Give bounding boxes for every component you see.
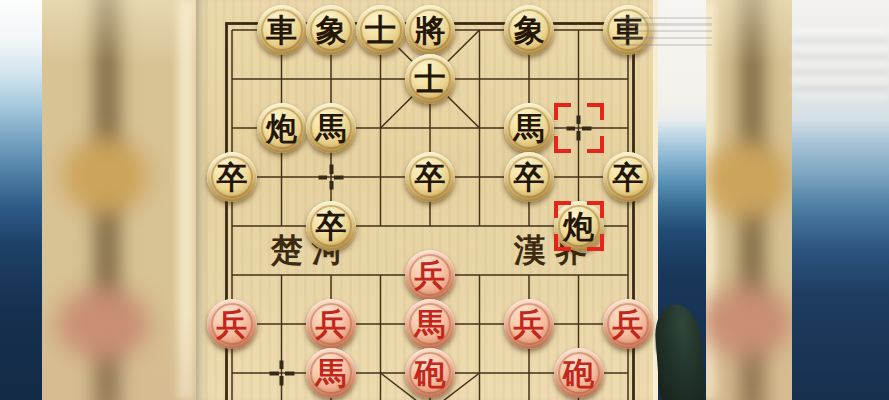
video-frame: 楚河 漢界 車象士將象車士炮馬馬卒卒卒卒卒炮兵兵兵馬兵兵馬砲砲	[0, 0, 889, 400]
piece-red-soldier[interactable]: 兵	[603, 299, 653, 349]
piece-black-elephant[interactable]: 象	[306, 5, 356, 55]
piece-glyph: 卒	[415, 152, 446, 202]
piece-black-advisor[interactable]: 士	[356, 5, 406, 55]
piece-black-soldier[interactable]: 卒	[603, 152, 653, 202]
piece-glyph: 卒	[514, 152, 545, 202]
piece-black-horse[interactable]: 馬	[306, 103, 356, 153]
blur-smear	[94, 0, 120, 400]
piece-glyph: 砲	[415, 348, 446, 398]
piece-glyph: 象	[514, 5, 545, 55]
piece-glyph: 馬	[316, 348, 347, 398]
piece-glyph: 象	[316, 5, 347, 55]
piece-glyph: 卒	[613, 152, 644, 202]
background-sky-sea-strip	[658, 0, 706, 400]
blurred-red-piece	[706, 286, 792, 358]
piece-glyph: 士	[365, 5, 396, 55]
piece-glyph: 卒	[217, 152, 248, 202]
piece-red-soldier[interactable]: 兵	[306, 299, 356, 349]
piece-black-chariot[interactable]: 車	[257, 5, 307, 55]
blur-smear	[739, 0, 765, 400]
blurred-red-piece	[56, 288, 150, 360]
background-sky-sea-right	[792, 0, 889, 400]
piece-glyph: 兵	[514, 299, 545, 349]
piece-black-advisor[interactable]: 士	[405, 54, 455, 104]
piece-glyph: 炮	[266, 103, 297, 153]
piece-glyph: 馬	[514, 103, 545, 153]
piece-black-cannon[interactable]: 炮	[554, 201, 604, 251]
piece-glyph: 馬	[316, 103, 347, 153]
blur-light-edge	[178, 0, 194, 400]
piece-red-cannon[interactable]: 砲	[405, 348, 455, 398]
background-sky-sea-left	[0, 0, 45, 400]
piece-glyph: 砲	[563, 348, 594, 398]
rock-silhouette	[653, 303, 706, 400]
xiangqi-board[interactable]: 楚河 漢界 車象士將象車士炮馬馬卒卒卒卒卒炮兵兵兵馬兵兵馬砲砲	[196, 0, 658, 400]
piece-red-soldier[interactable]: 兵	[207, 299, 257, 349]
piece-glyph: 兵	[217, 299, 248, 349]
piece-glyph: 兵	[613, 299, 644, 349]
piece-black-soldier[interactable]: 卒	[504, 152, 554, 202]
piece-glyph: 車	[266, 5, 297, 55]
blurred-letterbox-left	[42, 0, 196, 400]
point-marker-cross	[566, 116, 591, 141]
point-marker-cross	[319, 165, 344, 190]
blurred-letterbox-right	[706, 0, 792, 400]
piece-glyph: 兵	[316, 299, 347, 349]
piece-black-general[interactable]: 將	[405, 5, 455, 55]
piece-glyph: 將	[415, 5, 446, 55]
piece-black-horse[interactable]: 馬	[504, 103, 554, 153]
piece-glyph: 兵	[415, 250, 446, 300]
piece-red-soldier[interactable]: 兵	[504, 299, 554, 349]
piece-black-soldier[interactable]: 卒	[207, 152, 257, 202]
piece-glyph: 馬	[415, 299, 446, 349]
blurred-yellow-piece	[706, 142, 790, 218]
piece-red-horse[interactable]: 馬	[405, 299, 455, 349]
motion-blur-streaks	[620, 12, 712, 50]
piece-red-horse[interactable]: 馬	[306, 348, 356, 398]
piece-black-cannon[interactable]: 炮	[257, 103, 307, 153]
piece-red-soldier[interactable]: 兵	[405, 250, 455, 300]
piece-glyph: 卒	[316, 201, 347, 251]
point-marker-cross	[269, 361, 294, 386]
piece-red-cannon[interactable]: 砲	[554, 348, 604, 398]
blur-light-edge	[706, 0, 716, 400]
piece-black-soldier[interactable]: 卒	[405, 152, 455, 202]
piece-glyph: 士	[415, 54, 446, 104]
piece-glyph: 炮	[563, 201, 594, 251]
piece-black-soldier[interactable]: 卒	[306, 201, 356, 251]
piece-black-elephant[interactable]: 象	[504, 5, 554, 55]
blurred-yellow-piece	[62, 138, 148, 214]
